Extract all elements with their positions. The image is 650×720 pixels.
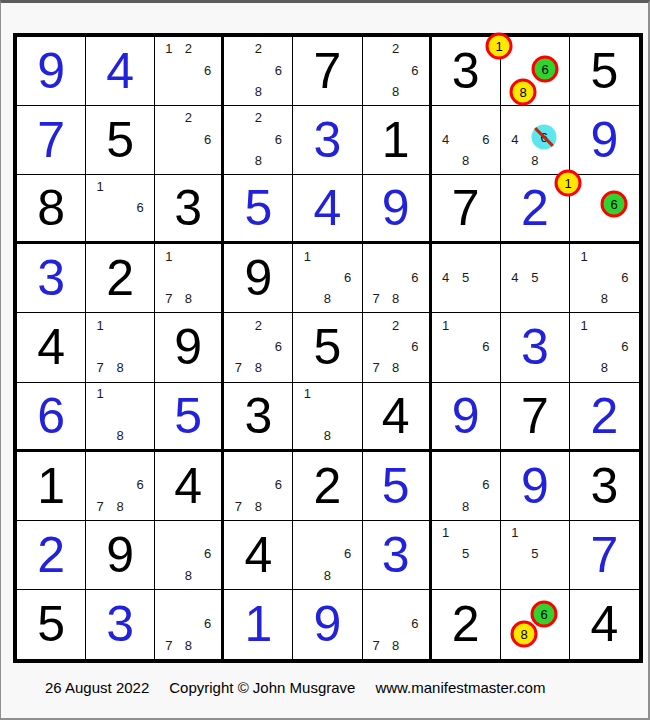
pencil-mark <box>317 245 337 266</box>
cell-r1c5[interactable]: 7 <box>293 37 362 106</box>
pencil-mark <box>386 267 405 288</box>
cell-r6c5[interactable]: 18 <box>293 383 362 452</box>
pencil-marks: 168 <box>574 245 635 309</box>
pencil-mark: 1 <box>574 314 594 335</box>
pencil-mark <box>456 245 476 266</box>
pencil-mark <box>367 613 386 635</box>
pencil-mark <box>248 453 268 474</box>
pencil-marks: 678 <box>367 591 425 656</box>
cell-r8c8[interactable]: 15 <box>501 521 570 590</box>
pencil-mark <box>159 107 178 128</box>
given-digit: 3 <box>174 183 202 233</box>
cell-r5c8[interactable]: 3 <box>501 313 570 382</box>
pencil-mark <box>159 59 178 80</box>
pencil-mark: 8 <box>110 425 130 446</box>
given-digit: 5 <box>37 599 65 649</box>
pencil-mark: 8 <box>594 288 614 309</box>
pencil-mark <box>436 453 456 474</box>
pencil-marks: 678 <box>159 591 217 656</box>
cell-r9c4[interactable]: 1 <box>224 590 293 659</box>
solved-digit: 5 <box>174 391 202 441</box>
pencil-mark <box>228 336 248 357</box>
pencil-mark <box>545 565 565 586</box>
given-digit: 1 <box>382 115 410 165</box>
pencil-mark <box>405 357 424 378</box>
cell-r5c2[interactable]: 178 <box>86 313 155 382</box>
pencil-mark <box>594 336 614 357</box>
pencil-marks: 268 <box>228 107 288 171</box>
pencil-mark <box>476 357 496 378</box>
pencil-mark: 1 <box>297 384 317 405</box>
solved-digit: 9 <box>521 461 549 511</box>
pencil-mark: 5 <box>525 543 545 564</box>
cell-r3c5[interactable]: 4 <box>293 175 362 244</box>
pencil-mark <box>338 425 358 446</box>
sudoku-board: 9412626872683575262683146848981635497232… <box>13 33 643 663</box>
pencil-mark <box>179 522 198 543</box>
pencil-mark <box>574 288 594 309</box>
pencil-mark: 7 <box>228 357 248 378</box>
cell-r9c1[interactable]: 5 <box>17 590 86 659</box>
pencil-mark: 6 <box>405 59 424 80</box>
pencil-marks: 15 <box>505 522 565 586</box>
pencil-mark: 1 <box>159 245 178 266</box>
pencil-mark <box>179 591 198 613</box>
pencil-mark <box>159 591 178 613</box>
cell-r2c3[interactable]: 26 <box>155 106 224 175</box>
pencil-mark <box>476 245 496 266</box>
cell-r7c1[interactable]: 1 <box>17 452 86 521</box>
pencil-mark: 1 <box>297 245 317 266</box>
pencil-mark: 6 <box>130 474 150 495</box>
pencil-mark: 7 <box>367 357 386 378</box>
pencil-mark <box>505 565 525 586</box>
pencil-mark <box>338 384 358 405</box>
pencil-mark <box>248 474 268 495</box>
solved-digit: 6 <box>37 391 65 441</box>
pencil-mark <box>367 81 386 102</box>
pencil-mark <box>317 522 337 543</box>
pencil-mark <box>198 591 217 613</box>
pencil-marks: 468 <box>436 107 496 171</box>
cell-r9c8[interactable] <box>501 590 570 659</box>
pencil-mark <box>159 150 178 171</box>
pencil-mark <box>456 128 476 149</box>
pencil-mark <box>405 591 424 613</box>
cell-r2c4[interactable]: 268 <box>224 106 293 175</box>
pencil-mark <box>179 81 198 102</box>
pencil-mark <box>198 288 217 309</box>
page: 9412626872683575262683146848981635497232… <box>0 0 650 720</box>
cell-r3c2[interactable]: 16 <box>86 175 155 244</box>
pencil-mark <box>525 245 545 266</box>
given-digit: 5 <box>591 46 619 96</box>
pencil-mark <box>545 245 565 266</box>
pencil-mark <box>297 522 317 543</box>
cell-r4c1[interactable]: 3 <box>17 244 86 313</box>
pencil-mark <box>179 128 198 149</box>
pencil-mark <box>367 336 386 357</box>
cell-r1c6[interactable]: 268 <box>363 37 432 106</box>
pencil-mark: 6 <box>405 613 424 635</box>
pencil-mark <box>545 128 565 149</box>
pencil-mark: 8 <box>317 425 337 446</box>
pencil-mark: 8 <box>525 150 545 171</box>
given-digit: 5 <box>314 322 342 372</box>
cell-r5c3[interactable]: 9 <box>155 313 224 382</box>
pencil-mark <box>338 245 358 266</box>
cell-r4c8[interactable]: 45 <box>501 244 570 313</box>
cell-r2c2[interactable]: 5 <box>86 106 155 175</box>
pencil-mark <box>476 495 496 516</box>
pencil-mark <box>248 128 268 149</box>
cell-r4c5[interactable]: 168 <box>293 244 362 313</box>
pencil-mark <box>405 38 424 59</box>
cell-r9c3[interactable]: 678 <box>155 590 224 659</box>
pencil-mark: 5 <box>456 543 476 564</box>
cell-r6c4[interactable]: 3 <box>224 383 293 452</box>
pencil-mark <box>476 288 496 309</box>
pencil-mark <box>228 150 248 171</box>
given-digit: 4 <box>37 322 65 372</box>
given-digit: 4 <box>244 530 272 580</box>
pencil-mark <box>476 150 496 171</box>
cell-r1c3[interactable]: 126 <box>155 37 224 106</box>
pencil-mark <box>90 453 110 474</box>
cell-r1c4[interactable]: 268 <box>224 37 293 106</box>
pencil-mark: 2 <box>179 38 198 59</box>
solved-digit: 3 <box>521 322 549 372</box>
pencil-mark <box>110 197 130 218</box>
cell-r8c7[interactable]: 15 <box>432 521 501 590</box>
pencil-mark <box>317 404 337 425</box>
pencil-mark <box>436 288 456 309</box>
pencil-mark <box>338 288 358 309</box>
pencil-mark <box>179 613 198 635</box>
pencil-marks: 268 <box>228 38 288 102</box>
pencil-mark <box>456 288 476 309</box>
pencil-mark <box>159 81 178 102</box>
pencil-mark: 5 <box>456 267 476 288</box>
pencil-mark: 6 <box>198 128 217 149</box>
given-digit: 4 <box>591 599 619 649</box>
cell-r7c9[interactable]: 3 <box>570 452 639 521</box>
cell-r9c5[interactable]: 9 <box>293 590 362 659</box>
pencil-mark <box>130 384 150 405</box>
pencil-mark: 8 <box>248 495 268 516</box>
cell-r6c3[interactable]: 5 <box>155 383 224 452</box>
pencil-mark <box>456 336 476 357</box>
given-digit: 2 <box>106 253 134 303</box>
cell-r3c6[interactable]: 9 <box>363 175 432 244</box>
solved-digit: 5 <box>244 183 272 233</box>
pencil-mark <box>179 59 198 80</box>
pencil-mark <box>228 81 248 102</box>
pencil-mark <box>456 474 476 495</box>
cell-r1c9[interactable]: 5 <box>570 37 639 106</box>
pencil-marks: 16 <box>90 176 150 238</box>
given-digit: 9 <box>174 322 202 372</box>
pencil-mark <box>110 176 130 197</box>
cell-r4c7[interactable]: 45 <box>432 244 501 313</box>
solved-digit: 9 <box>452 391 480 441</box>
solved-digit: 9 <box>591 115 619 165</box>
cell-r5c4[interactable]: 2678 <box>224 313 293 382</box>
pencil-mark <box>386 613 405 635</box>
solved-digit: 9 <box>314 599 342 649</box>
cell-r2c5[interactable]: 3 <box>293 106 362 175</box>
cell-r3c4[interactable]: 5 <box>224 175 293 244</box>
cell-r5c9[interactable]: 168 <box>570 313 639 382</box>
cell-r7c4[interactable]: 678 <box>224 452 293 521</box>
pencil-mark <box>574 267 594 288</box>
pencil-mark <box>476 107 496 128</box>
pencil-mark <box>110 404 130 425</box>
pencil-mark <box>130 425 150 446</box>
pencil-mark: 2 <box>248 314 268 335</box>
solved-digit: 3 <box>37 253 65 303</box>
cell-r2c9[interactable]: 9 <box>570 106 639 175</box>
solved-digit: 3 <box>106 599 134 649</box>
pencil-mark: 6 <box>130 197 150 218</box>
pencil-mark: 8 <box>248 81 268 102</box>
pencil-mark <box>525 288 545 309</box>
pencil-mark: 6 <box>615 267 635 288</box>
solved-digit: 9 <box>37 46 65 96</box>
pencil-mark: 4 <box>505 267 525 288</box>
cell-r4c3[interactable]: 178 <box>155 244 224 313</box>
cell-r2c8[interactable]: 48 <box>501 106 570 175</box>
pencil-mark: 8 <box>317 565 337 586</box>
cell-r3c3[interactable]: 3 <box>155 175 224 244</box>
solved-digit: 1 <box>244 599 272 649</box>
pencil-mark <box>317 267 337 288</box>
pencil-mark <box>574 357 594 378</box>
pencil-mark: 8 <box>456 495 476 516</box>
pencil-mark <box>525 522 545 543</box>
pencil-mark: 2 <box>179 107 198 128</box>
pencil-mark <box>436 565 456 586</box>
pencil-marks: 18 <box>297 384 357 446</box>
pencil-mark <box>456 522 476 543</box>
cell-r1c7[interactable]: 3 <box>432 37 501 106</box>
pencil-mark <box>436 107 456 128</box>
pencil-marks: 268 <box>367 38 425 102</box>
pencil-mark <box>297 288 317 309</box>
solved-digit: 3 <box>314 115 342 165</box>
footer-date: 26 August 2022 <box>45 679 149 696</box>
pencil-marks: 678 <box>228 453 288 517</box>
pencil-mark <box>545 267 565 288</box>
pencil-marks: 168 <box>574 314 635 378</box>
cell-r9c6[interactable]: 678 <box>363 590 432 659</box>
pencil-mark: 6 <box>268 474 288 495</box>
cell-r3c7[interactable]: 7 <box>432 175 501 244</box>
pencil-mark <box>110 474 130 495</box>
pencil-mark <box>228 128 248 149</box>
cell-r7c3[interactable]: 4 <box>155 452 224 521</box>
cell-r7c2[interactable]: 678 <box>86 452 155 521</box>
cell-r6c7[interactable]: 9 <box>432 383 501 452</box>
pencil-mark: 2 <box>248 107 268 128</box>
pencil-mark <box>615 288 635 309</box>
pencil-mark <box>268 357 288 378</box>
cell-r4c6[interactable]: 678 <box>363 244 432 313</box>
cell-r1c2[interactable]: 4 <box>86 37 155 106</box>
cell-r8c6[interactable]: 3 <box>363 521 432 590</box>
pencil-marks: 2678 <box>228 314 288 378</box>
cell-r1c8[interactable] <box>501 37 570 106</box>
cell-r4c4[interactable]: 9 <box>224 244 293 313</box>
cell-r3c8[interactable]: 2 <box>501 175 570 244</box>
pencil-mark: 1 <box>436 314 456 335</box>
pencil-mark: 8 <box>386 357 405 378</box>
cell-r9c7[interactable]: 2 <box>432 590 501 659</box>
pencil-mark <box>159 565 178 586</box>
pencil-mark <box>386 245 405 266</box>
pencil-mark <box>90 336 110 357</box>
pencil-mark: 8 <box>386 81 405 102</box>
cell-r6c9[interactable]: 2 <box>570 383 639 452</box>
pencil-mark <box>268 495 288 516</box>
cell-r2c6[interactable]: 1 <box>363 106 432 175</box>
pencil-mark <box>405 288 424 309</box>
cell-r4c2[interactable]: 2 <box>86 244 155 313</box>
cell-r9c9[interactable]: 4 <box>570 590 639 659</box>
pencil-mark: 6 <box>476 128 496 149</box>
pencil-mark <box>159 128 178 149</box>
solved-digit: 9 <box>382 183 410 233</box>
cell-r7c6[interactable]: 5 <box>363 452 432 521</box>
pencil-mark: 1 <box>505 522 525 543</box>
pencil-mark: 8 <box>179 565 198 586</box>
pencil-mark: 8 <box>386 288 405 309</box>
pencil-marks: 68 <box>159 522 217 586</box>
pencil-mark: 7 <box>367 634 386 656</box>
pencil-mark <box>436 495 456 516</box>
cell-r1c1[interactable]: 9 <box>17 37 86 106</box>
pencil-mark <box>545 522 565 543</box>
pencil-mark: 6 <box>268 59 288 80</box>
given-digit: 4 <box>174 461 202 511</box>
pencil-mark <box>198 267 217 288</box>
cell-r7c8[interactable]: 9 <box>501 452 570 521</box>
pencil-marks: 168 <box>297 245 357 309</box>
cell-r5c5[interactable]: 5 <box>293 313 362 382</box>
cell-r8c5[interactable]: 68 <box>293 521 362 590</box>
pencil-mark <box>405 81 424 102</box>
given-digit: 5 <box>106 115 134 165</box>
pencil-mark: 1 <box>90 384 110 405</box>
pencil-mark: 2 <box>386 38 405 59</box>
cell-r2c7[interactable]: 468 <box>432 106 501 175</box>
pencil-mark <box>594 245 614 266</box>
pencil-mark <box>198 565 217 586</box>
pencil-mark <box>317 384 337 405</box>
cell-r6c8[interactable]: 7 <box>501 383 570 452</box>
pencil-mark: 8 <box>179 634 198 656</box>
pencil-marks: 178 <box>90 314 150 378</box>
cell-r9c2[interactable]: 3 <box>86 590 155 659</box>
footer-site: www.manifestmaster.com <box>375 679 545 696</box>
pencil-mark <box>130 314 150 335</box>
pencil-marks: 178 <box>159 245 217 309</box>
pencil-mark: 1 <box>574 245 594 266</box>
pencil-mark <box>297 543 317 564</box>
pencil-mark: 8 <box>248 150 268 171</box>
pencil-mark <box>198 245 217 266</box>
pencil-mark <box>228 59 248 80</box>
cell-r5c1[interactable]: 4 <box>17 313 86 382</box>
cell-r4c9[interactable]: 168 <box>570 244 639 313</box>
cell-r8c1[interactable]: 2 <box>17 521 86 590</box>
pencil-mark <box>110 453 130 474</box>
pencil-mark <box>505 245 525 266</box>
solved-digit: 7 <box>37 115 65 165</box>
pencil-mark: 4 <box>436 128 456 149</box>
pencil-marks: 68 <box>297 522 357 586</box>
pencil-mark <box>476 543 496 564</box>
pencil-mark: 8 <box>456 150 476 171</box>
pencil-mark <box>317 543 337 564</box>
cell-r5c6[interactable]: 2678 <box>363 313 432 382</box>
pencil-mark <box>594 267 614 288</box>
pencil-mark: 4 <box>436 267 456 288</box>
cell-r3c9[interactable] <box>570 175 639 244</box>
pencil-mark: 1 <box>90 176 110 197</box>
given-digit: 9 <box>244 253 272 303</box>
cell-r2c1[interactable]: 7 <box>17 106 86 175</box>
pencil-mark <box>130 336 150 357</box>
pencil-mark <box>436 543 456 564</box>
pencil-marks: 2678 <box>367 314 425 378</box>
solved-digit: 7 <box>591 530 619 580</box>
given-digit: 3 <box>452 46 480 96</box>
pencil-mark <box>268 453 288 474</box>
pencil-mark: 8 <box>179 288 198 309</box>
cell-r8c3[interactable]: 68 <box>155 521 224 590</box>
pencil-mark: 6 <box>405 267 424 288</box>
pencil-mark: 6 <box>268 336 288 357</box>
pencil-mark <box>179 543 198 564</box>
pencil-mark <box>159 267 178 288</box>
pencil-mark <box>297 267 317 288</box>
cell-r3c1[interactable]: 8 <box>17 175 86 244</box>
cell-r6c6[interactable]: 4 <box>363 383 432 452</box>
given-digit: 7 <box>314 46 342 96</box>
cell-r8c2[interactable]: 9 <box>86 521 155 590</box>
cell-r6c1[interactable]: 6 <box>17 383 86 452</box>
pencil-mark <box>405 314 424 335</box>
cell-r6c2[interactable]: 18 <box>86 383 155 452</box>
pencil-mark <box>268 38 288 59</box>
cell-r7c5[interactable]: 2 <box>293 452 362 521</box>
pencil-mark <box>110 218 130 239</box>
given-digit: 3 <box>591 461 619 511</box>
pencil-mark: 6 <box>268 128 288 149</box>
pencil-mark <box>367 59 386 80</box>
cell-r5c7[interactable]: 16 <box>432 313 501 382</box>
given-digit: 9 <box>106 530 134 580</box>
pencil-mark <box>110 314 130 335</box>
pencil-mark: 6 <box>405 336 424 357</box>
cell-r8c4[interactable]: 4 <box>224 521 293 590</box>
solved-digit: 4 <box>106 46 134 96</box>
cell-r8c9[interactable]: 7 <box>570 521 639 590</box>
pencil-mark <box>159 522 178 543</box>
cell-r7c7[interactable]: 68 <box>432 452 501 521</box>
pencil-mark <box>574 336 594 357</box>
